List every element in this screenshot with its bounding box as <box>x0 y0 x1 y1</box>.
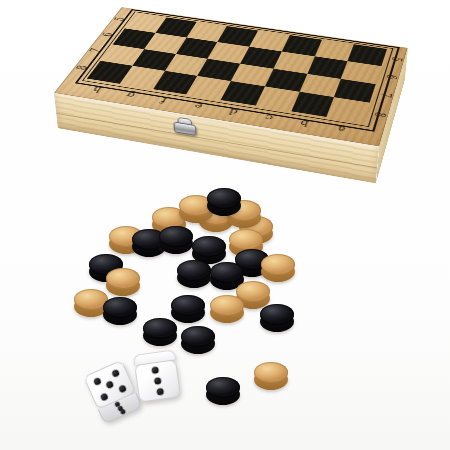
rank-label-right-5: 5 <box>390 56 403 62</box>
die-face-3 <box>134 359 181 402</box>
file-label-g: g <box>124 91 136 99</box>
checker-piece-wood <box>261 254 295 282</box>
piece-top <box>206 377 240 398</box>
checker-piece-black <box>207 188 241 216</box>
checker-piece-black <box>143 318 177 346</box>
file-label-e: e <box>193 102 204 110</box>
die-pip <box>156 388 164 396</box>
checker-piece-black <box>177 260 211 288</box>
product-photo: hgfedcba56785678 <box>0 0 450 450</box>
checker-piece-black <box>181 326 215 354</box>
file-label-b: b <box>299 119 310 128</box>
rank-label-left-5: 5 <box>113 17 126 22</box>
die-pip <box>105 380 114 389</box>
die-pip <box>93 376 102 385</box>
rank-label-right-7: 7 <box>378 92 392 98</box>
rank-label-left-6: 6 <box>101 32 115 37</box>
rank-label-right-8: 8 <box>372 111 386 118</box>
file-label-a: a <box>336 125 346 134</box>
rank-label-left-7: 7 <box>89 48 103 53</box>
piece-top <box>210 262 244 283</box>
checker-piece-black <box>103 297 137 325</box>
right-die <box>133 349 181 402</box>
folded-chess-box: hgfedcba56785678 <box>58 39 405 183</box>
piece-top <box>177 260 211 281</box>
rank-label-right-6: 6 <box>384 74 398 80</box>
piece-top <box>171 295 205 316</box>
metal-clasp-icon <box>172 116 195 135</box>
board-cell-a8 <box>327 97 370 123</box>
file-label-h: h <box>91 85 103 93</box>
piece-top <box>181 326 215 347</box>
piece-top <box>207 188 241 209</box>
checker-piece-wood <box>106 268 140 296</box>
checker-piece-black <box>159 226 193 254</box>
die-pip <box>111 368 120 377</box>
checker-piece-black <box>260 304 294 332</box>
checker-piece-wood <box>254 362 288 390</box>
piece-top <box>143 318 177 339</box>
checker-piece-black <box>206 377 240 405</box>
piece-top <box>103 297 137 318</box>
die-pip <box>99 392 108 401</box>
die-pip <box>151 366 159 374</box>
piece-top <box>261 254 295 275</box>
piece-top <box>192 236 226 257</box>
die-pip <box>120 408 127 415</box>
piece-top <box>159 226 193 247</box>
file-label-c: c <box>264 113 274 121</box>
file-label-f: f <box>160 96 169 104</box>
die-pip <box>154 377 162 385</box>
left-die <box>83 360 143 425</box>
piece-top <box>106 268 140 289</box>
die-pip <box>118 384 127 393</box>
checker-piece-wood <box>210 295 244 323</box>
piece-top <box>210 295 244 316</box>
file-label-d: d <box>228 107 240 115</box>
piece-top <box>260 304 294 325</box>
piece-top <box>254 362 288 383</box>
piece-top <box>229 229 263 250</box>
rank-label-left-8: 8 <box>75 65 89 71</box>
